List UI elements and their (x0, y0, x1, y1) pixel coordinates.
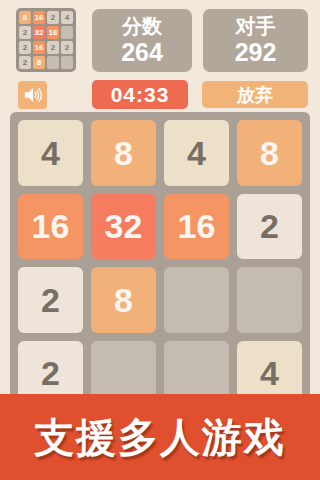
speaker-on-icon (23, 86, 43, 104)
tile-empty (237, 267, 302, 333)
score-label: 分数 (122, 14, 162, 38)
opponent-value: 292 (235, 38, 277, 67)
promo-banner: 支援多人游戏 (0, 394, 320, 480)
opponent-tile-16: 16 (47, 26, 59, 39)
opponent-tile-2: 2 (47, 41, 59, 54)
tile-2: 2 (18, 267, 83, 333)
opponent-label: 对手 (236, 14, 276, 38)
opponent-panel: 对手 292 (203, 9, 308, 72)
opponent-tile-2: 2 (19, 41, 31, 54)
opponent-tile-2: 2 (19, 56, 31, 69)
opponent-tile-empty (61, 56, 73, 69)
opponent-tile-2: 2 (19, 26, 31, 39)
opponent-tile-empty (61, 26, 73, 39)
tile-2: 2 (237, 194, 302, 260)
opponent-tile-empty (47, 56, 59, 69)
timer-badge: 04:33 (92, 80, 188, 109)
tile-16: 16 (164, 194, 229, 260)
tile-4: 4 (18, 120, 83, 186)
opponent-tile-16: 16 (33, 41, 45, 54)
score-value: 264 (121, 38, 163, 67)
opponent-tile-2: 2 (47, 11, 59, 24)
opponent-tile-4: 4 (61, 11, 73, 24)
main-board[interactable]: 484816321622824 (10, 112, 310, 414)
tile-empty (164, 267, 229, 333)
sound-button[interactable] (18, 81, 47, 109)
score-panel: 分数 264 (92, 9, 192, 72)
opponent-tile-2: 2 (61, 41, 73, 54)
opponent-tile-8: 8 (19, 11, 31, 24)
tile-8: 8 (91, 120, 156, 186)
opponent-tile-16: 16 (33, 11, 45, 24)
opponent-tile-32: 32 (33, 26, 45, 39)
tile-32: 32 (91, 194, 156, 260)
tile-8: 8 (237, 120, 302, 186)
give-up-button[interactable]: 放弃 (202, 81, 308, 108)
opponent-mini-board: 81624232162162228 (16, 8, 76, 72)
tile-4: 4 (164, 120, 229, 186)
app-screen: 81624232162162228 分数 264 对手 292 04:33 放弃… (0, 0, 320, 480)
tile-16: 16 (18, 194, 83, 260)
tile-8: 8 (91, 267, 156, 333)
banner-text: 支援多人游戏 (34, 410, 286, 465)
opponent-tile-8: 8 (33, 56, 45, 69)
